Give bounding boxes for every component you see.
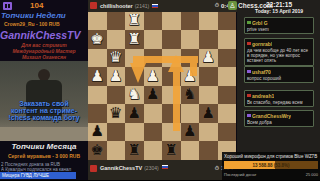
square-f5: ♞ bbox=[125, 86, 144, 105]
square-d1 bbox=[162, 12, 181, 31]
annotation-arrow-shaft bbox=[190, 63, 197, 76]
chat-username: ushaf70 bbox=[252, 69, 271, 75]
square-e8 bbox=[144, 141, 163, 160]
square-g5 bbox=[107, 86, 126, 105]
square-b5 bbox=[199, 86, 218, 105]
square-c2 bbox=[181, 30, 200, 49]
square-e4: ♟ bbox=[144, 67, 163, 86]
goal-progressbar: 13 588.88 (53.8%) bbox=[224, 161, 318, 169]
opponent-name: chillishooter bbox=[100, 3, 133, 9]
chat-badge-icon bbox=[247, 114, 251, 118]
square-e1 bbox=[144, 12, 163, 31]
white-pawn: ♟ bbox=[146, 69, 159, 84]
black-rook: ♜ bbox=[128, 143, 141, 158]
square-f6: ♟ bbox=[125, 104, 144, 123]
stream-time: 22:21:15 bbox=[240, 1, 318, 8]
annotation-arrow-shaft bbox=[173, 72, 180, 131]
white-pawn: ♟ bbox=[202, 50, 215, 65]
black-pawn: ♟ bbox=[128, 106, 141, 121]
weekly-top-entry: Crown29_Ru - 100 RUB bbox=[4, 21, 88, 27]
streamer-rating: (2304) bbox=[144, 165, 158, 171]
square-h2: ♚ bbox=[88, 30, 107, 49]
streamer-avatar bbox=[90, 165, 97, 172]
white-pawn: ♟ bbox=[109, 69, 122, 84]
annotation-arrow-head bbox=[168, 55, 184, 72]
clock-icon: ⏱ bbox=[215, 2, 219, 9]
monthly-top-title: Топчики Месяца bbox=[0, 142, 88, 151]
square-f8: ♜ bbox=[125, 141, 144, 160]
square-h6 bbox=[88, 104, 107, 123]
square-b2 bbox=[199, 30, 218, 49]
weekly-top-title: Топчики Недели bbox=[1, 11, 87, 20]
square-h5 bbox=[88, 86, 107, 105]
square-f7 bbox=[125, 123, 144, 142]
goal-progress-text: 13 588.88 (53.8%) bbox=[224, 163, 318, 168]
opponent-flag-icon bbox=[152, 4, 158, 8]
chesscom-pawn-icon: ♙ bbox=[228, 1, 237, 10]
square-d2 bbox=[162, 30, 181, 49]
square-h4: ♟ bbox=[88, 67, 107, 86]
stream-frame: 104 Топчики Недели Crown29_Ru - 100 RUB … bbox=[0, 0, 320, 180]
square-b8 bbox=[199, 141, 218, 160]
chat-badge-icon bbox=[247, 94, 251, 98]
goal-sub-right: 25 000 bbox=[306, 172, 318, 177]
square-b6: ♟ bbox=[199, 104, 218, 123]
square-c7: ♟ bbox=[181, 123, 200, 142]
chat-text: Всем добра bbox=[247, 120, 311, 125]
chess-board: ♜♚♜♛♟♟♟♟♟♞♟♞♛♟♟♟♟♚♜♜ bbox=[88, 12, 236, 160]
opponent-bar: chillishooter (2141) ⏱ 0:40 bbox=[88, 0, 237, 12]
square-c1 bbox=[181, 12, 200, 31]
streamer-player-bar: GannikChessTV (2304) ⏱ 1:04 bbox=[88, 160, 237, 181]
square-b7 bbox=[199, 123, 218, 142]
square-a6 bbox=[218, 104, 237, 123]
black-rook: ♜ bbox=[165, 143, 178, 158]
monthly-top-entry: Сергей муравьев - 3 000 RUB bbox=[0, 153, 88, 159]
stream-clock: 22:21:15 Today: 15 April 2019 bbox=[240, 1, 318, 14]
chat-message: ushaf70 вопрос хороший bbox=[244, 66, 314, 83]
goal-title: Хороший микрофон для стримов Blue WZ7B bbox=[224, 154, 318, 159]
opponent-rating: (2141) bbox=[135, 3, 149, 9]
square-c6 bbox=[181, 104, 200, 123]
goal-sub-left: Последний донат bbox=[224, 172, 256, 177]
black-pawn: ♟ bbox=[183, 124, 196, 139]
white-knight: ♞ bbox=[128, 87, 141, 102]
square-c8 bbox=[181, 141, 200, 160]
square-g4: ♟ bbox=[107, 67, 126, 86]
chat-badge-icon bbox=[247, 70, 251, 74]
black-pawn: ♟ bbox=[146, 87, 159, 102]
channel-name: GannikChessTV bbox=[0, 29, 88, 41]
chat-message: Grbl G prive vsem bbox=[244, 17, 314, 34]
donation-goal: Хороший микрофон для стримов Blue WZ7B 1… bbox=[222, 152, 320, 180]
square-h1 bbox=[88, 12, 107, 31]
opponent-avatar bbox=[90, 2, 97, 9]
chat-text: Вк спасибо, передаю всем bbox=[247, 100, 311, 105]
square-a4 bbox=[218, 67, 237, 86]
square-e7 bbox=[144, 123, 163, 142]
square-d8: ♜ bbox=[162, 141, 181, 160]
square-h7: ♟ bbox=[88, 123, 107, 142]
white-rook: ♜ bbox=[128, 32, 141, 47]
black-queen: ♛ bbox=[109, 106, 122, 121]
chat-badge-icon bbox=[247, 21, 251, 25]
square-a2 bbox=[218, 30, 237, 49]
square-g1 bbox=[107, 12, 126, 31]
square-b3: ♟ bbox=[199, 49, 218, 68]
square-h3 bbox=[88, 49, 107, 68]
chat-message: gornrabl да чем вообще до 40 лет все в п… bbox=[244, 38, 314, 66]
square-g2 bbox=[107, 30, 126, 49]
square-e2 bbox=[144, 30, 163, 49]
square-e6 bbox=[144, 104, 163, 123]
square-a3 bbox=[218, 49, 237, 68]
streamer-player-name: GannikChessTV bbox=[100, 165, 142, 171]
chat-badge-icon bbox=[247, 42, 251, 46]
square-a5 bbox=[218, 86, 237, 105]
white-rook: ♜ bbox=[128, 13, 141, 28]
square-a1 bbox=[218, 12, 237, 31]
streamer-caption: Для вас стримит Международный Мастер Мих… bbox=[0, 42, 88, 60]
streamer-flag-icon bbox=[162, 165, 168, 169]
square-h8: ♚ bbox=[88, 141, 107, 160]
square-e5: ♟ bbox=[144, 86, 163, 105]
black-knight: ♞ bbox=[183, 87, 196, 102]
chat-message: GrandChessWry Всем добра bbox=[244, 110, 314, 127]
clock-icon: ⏱ bbox=[215, 165, 219, 172]
annotation-arrow-head bbox=[130, 63, 146, 83]
square-f1: ♜ bbox=[125, 12, 144, 31]
white-queen: ♛ bbox=[109, 50, 122, 65]
chat-username: Grbl G bbox=[252, 20, 268, 26]
chat-text: да чем вообще до 40 лет все в порядке, н… bbox=[247, 48, 311, 64]
annotation-arrow-shaft bbox=[133, 56, 198, 63]
black-pawn: ♟ bbox=[202, 106, 215, 121]
chat-message: andreah1 Вк спасибо, передаю всем bbox=[244, 90, 314, 107]
chat-text: prive vsem bbox=[247, 27, 311, 32]
square-a7 bbox=[218, 123, 237, 142]
stream-date: Today: 15 April 2019 bbox=[240, 8, 318, 14]
square-c5: ♞ bbox=[181, 86, 200, 105]
left-overlay-panel: 104 Топчики Недели Crown29_Ru - 100 RUB … bbox=[0, 0, 88, 180]
chat-username: andreah1 bbox=[252, 93, 274, 99]
black-pawn: ♟ bbox=[91, 124, 104, 139]
chat-username: GrandChessWry bbox=[252, 113, 291, 119]
order-content-caption: Заказать свой контент на стриме- !chess … bbox=[0, 100, 88, 121]
chat-text: вопрос хороший bbox=[247, 76, 311, 81]
square-b1 bbox=[199, 12, 218, 31]
twitch-icon bbox=[3, 2, 12, 10]
square-g7 bbox=[107, 123, 126, 142]
black-king: ♚ bbox=[91, 143, 104, 158]
donation-highlight: Мищера ГУВД ЛУЧШЕ bbox=[0, 172, 76, 179]
chat-username: gornrabl bbox=[252, 41, 272, 47]
white-pawn: ♟ bbox=[91, 69, 104, 84]
square-b4 bbox=[199, 67, 218, 86]
square-g3: ♛ bbox=[107, 49, 126, 68]
square-g6: ♛ bbox=[107, 104, 126, 123]
square-g8 bbox=[107, 141, 126, 160]
twitch-counter: 104 bbox=[30, 1, 43, 10]
square-f2: ♜ bbox=[125, 30, 144, 49]
webcam-background bbox=[0, 127, 88, 141]
white-king: ♚ bbox=[91, 32, 104, 47]
